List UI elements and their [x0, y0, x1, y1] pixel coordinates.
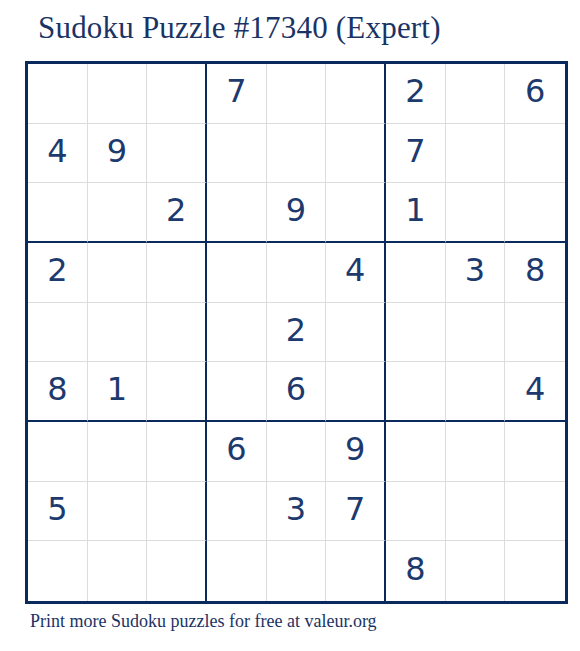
sudoku-cell [207, 183, 267, 243]
sudoku-cell [326, 183, 386, 243]
sudoku-cell [207, 482, 267, 542]
sudoku-cell: 4 [326, 243, 386, 303]
sudoku-cell: 4 [28, 124, 88, 184]
sudoku-cell [446, 183, 506, 243]
sudoku-cell [446, 64, 506, 124]
sudoku-cell [267, 243, 327, 303]
sudoku-cell [446, 303, 506, 363]
sudoku-cell: 6 [267, 362, 327, 422]
sudoku-cell [88, 243, 148, 303]
sudoku-cell [88, 64, 148, 124]
sudoku-cell: 2 [147, 183, 207, 243]
sudoku-cell [207, 303, 267, 363]
sudoku-cell [147, 541, 207, 601]
sudoku-cell: 9 [267, 183, 327, 243]
sudoku-cell: 3 [446, 243, 506, 303]
sudoku-cell: 2 [28, 243, 88, 303]
sudoku-cell [207, 124, 267, 184]
sudoku-cell [446, 362, 506, 422]
sudoku-cell: 8 [386, 541, 446, 601]
sudoku-cell [326, 541, 386, 601]
sudoku-cell [147, 482, 207, 542]
sudoku-cell [505, 482, 565, 542]
sudoku-cell [147, 303, 207, 363]
sudoku-cell [147, 124, 207, 184]
page-title: Sudoku Puzzle #17340 (Expert) [38, 10, 441, 46]
sudoku-cell [88, 482, 148, 542]
sudoku-cell [326, 362, 386, 422]
sudoku-cell [267, 422, 327, 482]
sudoku-cell: 6 [505, 64, 565, 124]
sudoku-cell [386, 303, 446, 363]
sudoku-cell [147, 64, 207, 124]
sudoku-cell: 7 [326, 482, 386, 542]
sudoku-cell: 9 [326, 422, 386, 482]
sudoku-cell [446, 124, 506, 184]
sudoku-cell [147, 422, 207, 482]
sudoku-cell: 4 [505, 362, 565, 422]
sudoku-cell: 3 [267, 482, 327, 542]
sudoku-cell [326, 124, 386, 184]
sudoku-cell [326, 303, 386, 363]
sudoku-cell [88, 422, 148, 482]
sudoku-cell [28, 303, 88, 363]
sudoku-cell: 5 [28, 482, 88, 542]
sudoku-cell [446, 541, 506, 601]
sudoku-cell [505, 303, 565, 363]
sudoku-cell [28, 422, 88, 482]
sudoku-cell [326, 64, 386, 124]
sudoku-cell [267, 124, 327, 184]
sudoku-cell [207, 541, 267, 601]
sudoku-cell [28, 64, 88, 124]
sudoku-cell [88, 303, 148, 363]
sudoku-cell [88, 541, 148, 601]
sudoku-cell [505, 541, 565, 601]
sudoku-cell [267, 64, 327, 124]
sudoku-cell: 2 [267, 303, 327, 363]
sudoku-cell [386, 362, 446, 422]
sudoku-cell: 1 [386, 183, 446, 243]
sudoku-cell [207, 362, 267, 422]
sudoku-cell [28, 183, 88, 243]
sudoku-cell [28, 541, 88, 601]
sudoku-cell [207, 243, 267, 303]
sudoku-cell [147, 362, 207, 422]
sudoku-cell [446, 482, 506, 542]
sudoku-cell [386, 422, 446, 482]
sudoku-cell [446, 422, 506, 482]
sudoku-cell: 6 [207, 422, 267, 482]
sudoku-page: Sudoku Puzzle #17340 (Expert) 7264972912… [0, 0, 580, 651]
sudoku-cell: 7 [386, 124, 446, 184]
sudoku-cell: 9 [88, 124, 148, 184]
sudoku-cell: 2 [386, 64, 446, 124]
sudoku-cell [386, 243, 446, 303]
sudoku-cell: 1 [88, 362, 148, 422]
sudoku-cell [88, 183, 148, 243]
sudoku-cell [505, 124, 565, 184]
footer-text: Print more Sudoku puzzles for free at va… [30, 611, 377, 632]
sudoku-cell [505, 422, 565, 482]
sudoku-board: 726497291243828164695378 [25, 61, 568, 604]
sudoku-cell: 8 [505, 243, 565, 303]
sudoku-cell: 7 [207, 64, 267, 124]
sudoku-cell [147, 243, 207, 303]
sudoku-cell: 8 [28, 362, 88, 422]
sudoku-cell [505, 183, 565, 243]
sudoku-cell [386, 482, 446, 542]
sudoku-cell [267, 541, 327, 601]
